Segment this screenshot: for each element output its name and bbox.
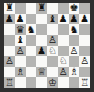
- square-g8[interactable]: ♚: [69, 3, 80, 14]
- square-d7[interactable]: [36, 14, 47, 25]
- square-a2[interactable]: [4, 67, 15, 78]
- square-c5[interactable]: [26, 35, 37, 46]
- white-rook-icon: ♖: [80, 77, 89, 87]
- white-pawn-icon: ♙: [59, 67, 68, 77]
- square-c8[interactable]: [26, 3, 37, 14]
- black-knight-icon: ♞: [26, 24, 35, 34]
- square-f1[interactable]: [58, 77, 69, 88]
- black-rook-icon: ♜: [37, 3, 46, 13]
- square-a7[interactable]: ♟: [4, 14, 15, 25]
- square-d6[interactable]: [36, 24, 47, 35]
- square-d3[interactable]: [36, 56, 47, 67]
- square-d1[interactable]: [36, 77, 47, 88]
- square-h6[interactable]: [79, 24, 90, 35]
- black-pawn-icon: ♟: [69, 14, 78, 24]
- square-h5[interactable]: [79, 35, 90, 46]
- white-bishop-icon: ♗: [69, 67, 78, 77]
- square-c1[interactable]: [26, 77, 37, 88]
- square-g1[interactable]: [69, 77, 80, 88]
- square-b7[interactable]: ♟: [15, 14, 26, 25]
- square-g5[interactable]: [69, 35, 80, 46]
- square-d8[interactable]: ♜: [36, 3, 47, 14]
- black-pawn-icon: ♟: [5, 14, 14, 24]
- black-knight-icon: ♞: [69, 24, 78, 34]
- square-h4[interactable]: [79, 46, 90, 57]
- square-a6[interactable]: [4, 24, 15, 35]
- square-f2[interactable]: ♙: [58, 67, 69, 78]
- square-c3[interactable]: [26, 56, 37, 67]
- black-king-icon: ♚: [69, 3, 78, 13]
- square-c4[interactable]: [26, 46, 37, 57]
- square-e8[interactable]: [47, 3, 58, 14]
- chess-diagram: ♜♜♚♟♟♝♟♟♟♛♞♞♝♙♙♟♘♙♙♘♙♗♕♙♗♖♔♖: [0, 0, 94, 92]
- square-b8[interactable]: [15, 3, 26, 14]
- square-b2[interactable]: ♗: [15, 67, 26, 78]
- black-pawn-icon: ♟: [80, 14, 89, 24]
- black-rook-icon: ♜: [5, 3, 14, 13]
- white-pawn-icon: ♙: [5, 56, 14, 66]
- white-pawn-icon: ♙: [69, 46, 78, 56]
- white-queen-icon: ♕: [37, 67, 46, 77]
- square-b4[interactable]: ♙: [15, 46, 26, 57]
- white-bishop-icon: ♗: [16, 67, 25, 77]
- square-e1[interactable]: ♔: [47, 77, 58, 88]
- square-h3[interactable]: ♙: [79, 56, 90, 67]
- square-f4[interactable]: [58, 46, 69, 57]
- square-g7[interactable]: ♟: [69, 14, 80, 25]
- square-h7[interactable]: ♟: [79, 14, 90, 25]
- square-f7[interactable]: ♟: [58, 14, 69, 25]
- square-a1[interactable]: ♖: [4, 77, 15, 88]
- white-pawn-icon: ♙: [48, 35, 57, 45]
- square-e6[interactable]: [47, 24, 58, 35]
- chess-board: ♜♜♚♟♟♝♟♟♟♛♞♞♝♙♙♟♘♙♙♘♙♗♕♙♗♖♔♖: [4, 3, 90, 88]
- square-h2[interactable]: [79, 67, 90, 78]
- square-f5[interactable]: [58, 35, 69, 46]
- black-pawn-icon: ♟: [59, 14, 68, 24]
- square-f6[interactable]: [58, 24, 69, 35]
- square-c7[interactable]: [26, 14, 37, 25]
- white-knight-icon: ♘: [48, 46, 57, 56]
- square-d4[interactable]: ♟: [36, 46, 47, 57]
- square-g4[interactable]: ♙: [69, 46, 80, 57]
- square-b5[interactable]: ♝: [15, 35, 26, 46]
- black-bishop-icon: ♝: [16, 35, 25, 45]
- white-king-icon: ♔: [48, 77, 57, 87]
- black-bishop-icon: ♝: [48, 14, 57, 24]
- square-a8[interactable]: ♜: [4, 3, 15, 14]
- black-pawn-icon: ♟: [16, 14, 25, 24]
- square-a3[interactable]: ♙: [4, 56, 15, 67]
- black-queen-icon: ♛: [16, 24, 25, 34]
- board-frame: ♜♜♚♟♟♝♟♟♟♛♞♞♝♙♙♟♘♙♙♘♙♗♕♙♗♖♔♖: [0, 0, 94, 92]
- square-g3[interactable]: [69, 56, 80, 67]
- square-a4[interactable]: [4, 46, 15, 57]
- square-d5[interactable]: [36, 35, 47, 46]
- square-c2[interactable]: [26, 67, 37, 78]
- square-e4[interactable]: ♘: [47, 46, 58, 57]
- square-g6[interactable]: ♞: [69, 24, 80, 35]
- square-b6[interactable]: ♛: [15, 24, 26, 35]
- square-e2[interactable]: [47, 67, 58, 78]
- square-d2[interactable]: ♕: [36, 67, 47, 78]
- square-f3[interactable]: ♘: [58, 56, 69, 67]
- square-e7[interactable]: ♝: [47, 14, 58, 25]
- square-c6[interactable]: ♞: [26, 24, 37, 35]
- white-pawn-icon: ♙: [80, 56, 89, 66]
- black-pawn-icon: ♟: [37, 46, 46, 56]
- square-f8[interactable]: [58, 3, 69, 14]
- square-e3[interactable]: [47, 56, 58, 67]
- square-b3[interactable]: [15, 56, 26, 67]
- white-pawn-icon: ♙: [16, 46, 25, 56]
- square-h1[interactable]: ♖: [79, 77, 90, 88]
- white-rook-icon: ♖: [5, 77, 14, 87]
- square-h8[interactable]: [79, 3, 90, 14]
- square-b1[interactable]: [15, 77, 26, 88]
- white-knight-icon: ♘: [59, 56, 68, 66]
- square-e5[interactable]: ♙: [47, 35, 58, 46]
- square-a5[interactable]: [4, 35, 15, 46]
- square-g2[interactable]: ♗: [69, 67, 80, 78]
